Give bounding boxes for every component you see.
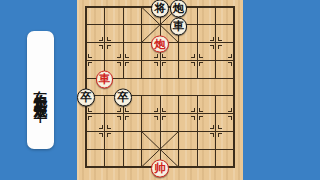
- piece-layer: 将炮車炮車卒卒帅: [77, 0, 244, 176]
- puzzle-title: 车炮对车炮双卒: [27, 80, 54, 101]
- piece-glyph: 炮: [151, 35, 169, 53]
- piece-glyph: 車: [96, 71, 114, 89]
- piece-black[interactable]: 卒: [77, 88, 96, 106]
- title-banner: 车炮对车炮双卒: [27, 31, 54, 149]
- piece-black[interactable]: 炮: [169, 0, 188, 17]
- piece-glyph: 帅: [151, 160, 169, 178]
- piece-glyph: 卒: [77, 89, 95, 107]
- piece-red[interactable]: 帅: [151, 160, 170, 178]
- piece-glyph: 将: [151, 0, 169, 17]
- piece-black[interactable]: 車: [169, 17, 188, 35]
- piece-red[interactable]: 炮: [151, 35, 170, 53]
- thumbnail-background: 车炮对车炮双卒: [0, 0, 320, 180]
- piece-glyph: 炮: [170, 0, 188, 17]
- piece-glyph: 車: [170, 18, 188, 36]
- xiangqi-board[interactable]: 将炮車炮車卒卒帅: [77, 0, 243, 180]
- piece-red[interactable]: 車: [95, 71, 114, 89]
- piece-black[interactable]: 卒: [114, 88, 133, 106]
- piece-black[interactable]: 将: [151, 0, 170, 17]
- piece-glyph: 卒: [114, 89, 132, 107]
